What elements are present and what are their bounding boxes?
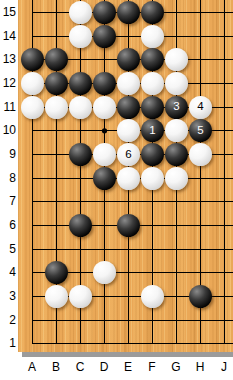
stone-D12[interactable] (93, 72, 116, 95)
row-label-6: 6 (0, 217, 16, 233)
row-label-1: 1 (0, 335, 16, 351)
stone-C14[interactable] (69, 25, 92, 48)
stone-H11[interactable]: 4 (189, 96, 212, 119)
goban[interactable]: 34156 (18, 0, 233, 352)
stone-C12[interactable] (69, 72, 92, 95)
stone-E9[interactable]: 6 (117, 143, 140, 166)
board-bottom-edge-shadow (22, 352, 233, 357)
stone-E15[interactable] (117, 1, 140, 24)
stone-D9[interactable] (93, 143, 116, 166)
move-number: 4 (197, 101, 203, 113)
move-number: 1 (149, 125, 155, 137)
move-number: 5 (197, 125, 203, 137)
stone-B3[interactable] (45, 285, 68, 308)
go-board-diagram: 34156 151413121110987654321ABCDEFGHJ (0, 0, 233, 380)
stone-C3[interactable] (69, 285, 92, 308)
row-label-15: 15 (0, 4, 16, 20)
stone-E8[interactable] (117, 167, 140, 190)
row-label-8: 8 (0, 170, 16, 186)
stone-C15[interactable] (69, 1, 92, 24)
row-label-10: 10 (0, 122, 16, 138)
row-label-11: 11 (0, 99, 16, 115)
stone-C11[interactable] (69, 96, 92, 119)
stone-C9[interactable] (69, 143, 92, 166)
stone-B12[interactable] (45, 72, 68, 95)
col-label-B: B (48, 360, 64, 375)
move-number: 3 (173, 101, 179, 113)
col-label-C: C (72, 360, 88, 375)
stone-E6[interactable] (117, 214, 140, 237)
stone-A12[interactable] (21, 72, 44, 95)
stone-B11[interactable] (45, 96, 68, 119)
col-label-H: H (192, 360, 208, 375)
stone-E12[interactable] (117, 72, 140, 95)
row-label-2: 2 (0, 312, 16, 328)
row-label-3: 3 (0, 288, 16, 304)
stone-F8[interactable] (141, 167, 164, 190)
stone-F11[interactable] (141, 96, 164, 119)
col-label-E: E (120, 360, 136, 375)
stone-G11[interactable]: 3 (165, 96, 188, 119)
row-label-12: 12 (0, 75, 16, 91)
stone-G9[interactable] (165, 143, 188, 166)
stone-D11[interactable] (93, 96, 116, 119)
stone-F9[interactable] (141, 143, 164, 166)
stone-F14[interactable] (141, 25, 164, 48)
row-label-5: 5 (0, 241, 16, 257)
stone-F3[interactable] (141, 285, 164, 308)
move-number: 6 (125, 149, 131, 161)
col-label-D: D (96, 360, 112, 375)
row-label-14: 14 (0, 28, 16, 44)
stone-G8[interactable] (165, 167, 188, 190)
stone-F12[interactable] (141, 72, 164, 95)
stone-F15[interactable] (141, 1, 164, 24)
row-label-9: 9 (0, 146, 16, 162)
row-label-4: 4 (0, 264, 16, 280)
stone-H3[interactable] (189, 285, 212, 308)
stone-G12[interactable] (165, 72, 188, 95)
row-label-7: 7 (0, 193, 16, 209)
col-label-G: G (168, 360, 184, 375)
stone-D15[interactable] (93, 1, 116, 24)
row-label-13: 13 (0, 51, 16, 67)
col-label-A: A (24, 360, 40, 375)
stone-E11[interactable] (117, 96, 140, 119)
stone-D8[interactable] (93, 167, 116, 190)
stone-C6[interactable] (69, 214, 92, 237)
col-label-J: J (216, 360, 232, 375)
stone-A11[interactable] (21, 96, 44, 119)
stone-D14[interactable] (93, 25, 116, 48)
stone-H9[interactable] (189, 143, 212, 166)
col-label-F: F (144, 360, 160, 375)
star-point-D10 (102, 128, 107, 133)
